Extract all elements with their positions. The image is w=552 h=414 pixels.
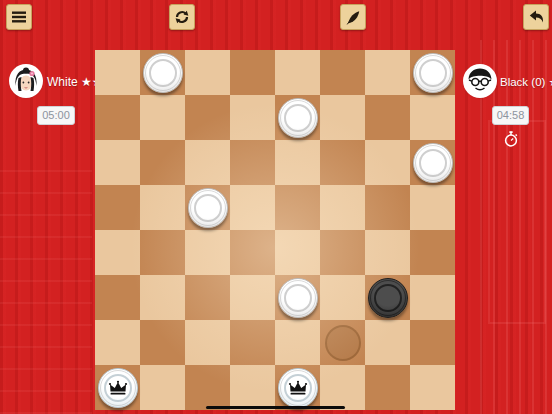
- board-square[interactable]: [185, 230, 230, 275]
- feather-icon: [345, 9, 362, 26]
- board-square[interactable]: [410, 95, 455, 140]
- piece-ring: [149, 59, 177, 87]
- glasses-face-avatar-icon: [465, 66, 495, 96]
- king-crown-icon: [288, 380, 308, 396]
- white-king-piece[interactable]: [98, 368, 138, 408]
- app-screen: White ★★★ 05:00 Black (0) ★ 04:58: [0, 0, 552, 414]
- board-square[interactable]: [410, 185, 455, 230]
- board-square[interactable]: [140, 185, 185, 230]
- board-square[interactable]: [365, 50, 410, 95]
- stopwatch-icon: [503, 130, 519, 152]
- white-checker-piece[interactable]: [413, 143, 453, 183]
- white-king-piece[interactable]: [278, 368, 318, 408]
- board-square[interactable]: [320, 140, 365, 185]
- board-square[interactable]: [320, 50, 365, 95]
- board-square[interactable]: [140, 275, 185, 320]
- black-checker-piece[interactable]: [368, 278, 408, 318]
- board-square[interactable]: [410, 365, 455, 410]
- black-player-avatar: [465, 66, 495, 96]
- board-square[interactable]: [410, 50, 455, 95]
- board-square[interactable]: [185, 185, 230, 230]
- checkers-board: [95, 50, 455, 410]
- board-square[interactable]: [410, 140, 455, 185]
- black-player-clock: 04:58: [492, 106, 529, 125]
- piece-ring: [419, 149, 447, 177]
- piece-ring: [284, 104, 312, 132]
- menu-button[interactable]: [6, 4, 32, 30]
- piece-ring: [419, 59, 447, 87]
- black-player-label: Black (0) ★: [500, 75, 552, 89]
- background-pattern-left: [0, 150, 92, 414]
- board-square[interactable]: [410, 230, 455, 275]
- board-square[interactable]: [140, 50, 185, 95]
- board-square[interactable]: [365, 275, 410, 320]
- board-square[interactable]: [365, 185, 410, 230]
- white-checker-piece[interactable]: [143, 53, 183, 93]
- hamburger-menu-icon: [11, 10, 27, 24]
- board-square[interactable]: [185, 275, 230, 320]
- board-square[interactable]: [275, 275, 320, 320]
- board-square[interactable]: [365, 95, 410, 140]
- board-square[interactable]: [275, 230, 320, 275]
- board-square[interactable]: [185, 95, 230, 140]
- piece-ring: [374, 284, 402, 312]
- board-square[interactable]: [320, 365, 365, 410]
- board-square[interactable]: [275, 365, 320, 410]
- board-square[interactable]: [365, 365, 410, 410]
- piece-ring: [194, 194, 222, 222]
- board-square[interactable]: [365, 230, 410, 275]
- board-square[interactable]: [230, 365, 275, 410]
- white-player-avatar: [11, 66, 41, 96]
- board-square[interactable]: [275, 50, 320, 95]
- board-square[interactable]: [95, 95, 140, 140]
- board-square[interactable]: [95, 275, 140, 320]
- board-square[interactable]: [185, 140, 230, 185]
- move-hint-circle[interactable]: [325, 325, 361, 361]
- piece-ring: [284, 284, 312, 312]
- refresh-icon: [174, 9, 190, 25]
- refresh-button[interactable]: [169, 4, 195, 30]
- white-checker-piece[interactable]: [188, 188, 228, 228]
- board-square[interactable]: [410, 275, 455, 320]
- board-square[interactable]: [95, 50, 140, 95]
- board-square[interactable]: [140, 320, 185, 365]
- white-checker-piece[interactable]: [278, 98, 318, 138]
- board-square[interactable]: [95, 140, 140, 185]
- undo-arrow-icon: [528, 9, 545, 25]
- board-square[interactable]: [230, 95, 275, 140]
- king-crown-icon: [108, 380, 128, 396]
- board-square[interactable]: [140, 95, 185, 140]
- board-square[interactable]: [320, 275, 365, 320]
- board-square[interactable]: [410, 320, 455, 365]
- board-square[interactable]: [185, 365, 230, 410]
- background-pattern-right: [480, 40, 552, 414]
- home-indicator-bar: [206, 406, 345, 409]
- board-square[interactable]: [275, 185, 320, 230]
- woman-avatar-icon: [11, 66, 41, 96]
- board-square[interactable]: [320, 320, 365, 365]
- board-square[interactable]: [230, 230, 275, 275]
- board-square[interactable]: [140, 140, 185, 185]
- board-square[interactable]: [365, 140, 410, 185]
- board-square[interactable]: [230, 320, 275, 365]
- board-square[interactable]: [320, 185, 365, 230]
- board-square[interactable]: [185, 50, 230, 95]
- board-square[interactable]: [230, 275, 275, 320]
- board-square[interactable]: [140, 230, 185, 275]
- board-square[interactable]: [95, 365, 140, 410]
- white-player-clock: 05:00: [37, 106, 75, 125]
- white-checker-piece[interactable]: [413, 53, 453, 93]
- notes-button[interactable]: [340, 4, 366, 30]
- board-square[interactable]: [320, 95, 365, 140]
- board-square[interactable]: [95, 230, 140, 275]
- board-square[interactable]: [95, 320, 140, 365]
- board-square[interactable]: [230, 140, 275, 185]
- board-square[interactable]: [95, 185, 140, 230]
- board-square[interactable]: [275, 320, 320, 365]
- board-square[interactable]: [275, 140, 320, 185]
- white-checker-piece[interactable]: [278, 278, 318, 318]
- board-square[interactable]: [320, 230, 365, 275]
- board-square[interactable]: [140, 365, 185, 410]
- undo-button[interactable]: [523, 4, 549, 30]
- board-square[interactable]: [275, 95, 320, 140]
- board-square[interactable]: [185, 320, 230, 365]
- board-square[interactable]: [365, 320, 410, 365]
- board-square[interactable]: [230, 185, 275, 230]
- board-square[interactable]: [230, 50, 275, 95]
